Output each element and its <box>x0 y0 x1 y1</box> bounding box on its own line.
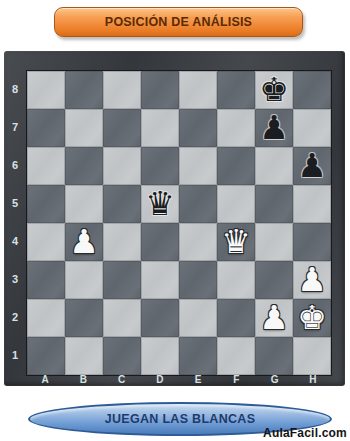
analysis-position-banner-label: POSICIÓN DE ANÁLISIS <box>105 15 252 29</box>
square-b4[interactable]: ♟ <box>65 223 103 261</box>
chess-board[interactable]: ♚♟♟♛♟♛♟♟♚ <box>26 70 332 376</box>
white-pawn-g2[interactable]: ♟ <box>259 301 289 334</box>
aulafacil-watermark: AulaFacil.com <box>263 426 347 440</box>
square-h5[interactable] <box>293 185 331 223</box>
square-g6[interactable] <box>255 147 293 185</box>
square-h7[interactable] <box>293 109 331 147</box>
square-e5[interactable] <box>179 185 217 223</box>
square-b7[interactable] <box>65 109 103 147</box>
square-b6[interactable] <box>65 147 103 185</box>
square-a7[interactable] <box>27 109 65 147</box>
black-king-g8[interactable]: ♚ <box>259 73 289 106</box>
square-c6[interactable] <box>103 147 141 185</box>
square-c2[interactable] <box>103 299 141 337</box>
file-label-b: B <box>64 374 102 386</box>
rank-label-7: 7 <box>4 108 26 146</box>
white-to-move-banner-label: JUEGAN LAS BLANCAS <box>105 412 256 426</box>
square-c4[interactable] <box>103 223 141 261</box>
square-g1[interactable] <box>255 337 293 375</box>
file-labels: ABCDEFGH <box>26 374 332 386</box>
square-g3[interactable] <box>255 261 293 299</box>
file-label-e: E <box>179 374 217 386</box>
rank-labels: 87654321 <box>4 70 26 374</box>
square-a8[interactable] <box>27 71 65 109</box>
file-label-f: F <box>217 374 255 386</box>
black-queen-d5[interactable]: ♛ <box>145 187 175 220</box>
square-f8[interactable] <box>217 71 255 109</box>
square-b8[interactable] <box>65 71 103 109</box>
square-d6[interactable] <box>141 147 179 185</box>
square-g8[interactable]: ♚ <box>255 71 293 109</box>
square-d7[interactable] <box>141 109 179 147</box>
square-f6[interactable] <box>217 147 255 185</box>
square-f4[interactable]: ♛ <box>217 223 255 261</box>
square-d1[interactable] <box>141 337 179 375</box>
white-king-h2[interactable]: ♚ <box>297 301 327 334</box>
square-d5[interactable]: ♛ <box>141 185 179 223</box>
black-pawn-g7[interactable]: ♟ <box>259 111 289 144</box>
square-a2[interactable] <box>27 299 65 337</box>
square-h8[interactable] <box>293 71 331 109</box>
square-e7[interactable] <box>179 109 217 147</box>
square-a4[interactable] <box>27 223 65 261</box>
square-e3[interactable] <box>179 261 217 299</box>
rank-label-4: 4 <box>4 222 26 260</box>
square-g7[interactable]: ♟ <box>255 109 293 147</box>
square-e2[interactable] <box>179 299 217 337</box>
square-d2[interactable] <box>141 299 179 337</box>
square-b5[interactable] <box>65 185 103 223</box>
square-e4[interactable] <box>179 223 217 261</box>
square-a3[interactable] <box>27 261 65 299</box>
file-label-g: G <box>256 374 294 386</box>
square-d4[interactable] <box>141 223 179 261</box>
rank-label-6: 6 <box>4 146 26 184</box>
file-label-h: H <box>294 374 332 386</box>
file-label-a: A <box>26 374 64 386</box>
rank-label-3: 3 <box>4 260 26 298</box>
square-e1[interactable] <box>179 337 217 375</box>
square-d8[interactable] <box>141 71 179 109</box>
white-pawn-h3[interactable]: ♟ <box>297 263 327 296</box>
square-a1[interactable] <box>27 337 65 375</box>
square-h1[interactable] <box>293 337 331 375</box>
file-label-d: D <box>141 374 179 386</box>
file-label-c: C <box>103 374 141 386</box>
analysis-position-banner: POSICIÓN DE ANÁLISIS <box>54 7 303 37</box>
square-e6[interactable] <box>179 147 217 185</box>
square-f3[interactable] <box>217 261 255 299</box>
square-d3[interactable] <box>141 261 179 299</box>
rank-label-8: 8 <box>4 70 26 108</box>
square-g4[interactable] <box>255 223 293 261</box>
square-f1[interactable] <box>217 337 255 375</box>
square-c3[interactable] <box>103 261 141 299</box>
white-queen-f4[interactable]: ♛ <box>221 225 251 258</box>
square-c5[interactable] <box>103 185 141 223</box>
square-f5[interactable] <box>217 185 255 223</box>
square-g2[interactable]: ♟ <box>255 299 293 337</box>
square-a6[interactable] <box>27 147 65 185</box>
square-b3[interactable] <box>65 261 103 299</box>
square-a5[interactable] <box>27 185 65 223</box>
square-f2[interactable] <box>217 299 255 337</box>
square-c8[interactable] <box>103 71 141 109</box>
square-f7[interactable] <box>217 109 255 147</box>
square-e8[interactable] <box>179 71 217 109</box>
square-h6[interactable]: ♟ <box>293 147 331 185</box>
square-c7[interactable] <box>103 109 141 147</box>
square-c1[interactable] <box>103 337 141 375</box>
rank-label-5: 5 <box>4 184 26 222</box>
white-pawn-b4[interactable]: ♟ <box>69 225 99 258</box>
square-h2[interactable]: ♚ <box>293 299 331 337</box>
square-b2[interactable] <box>65 299 103 337</box>
chess-board-frame: 87654321 ♚♟♟♛♟♛♟♟♚ ABCDEFGH <box>4 51 345 386</box>
square-h4[interactable] <box>293 223 331 261</box>
rank-label-2: 2 <box>4 298 26 336</box>
black-pawn-h6[interactable]: ♟ <box>297 149 327 182</box>
square-g5[interactable] <box>255 185 293 223</box>
square-b1[interactable] <box>65 337 103 375</box>
square-h3[interactable]: ♟ <box>293 261 331 299</box>
rank-label-1: 1 <box>4 336 26 374</box>
